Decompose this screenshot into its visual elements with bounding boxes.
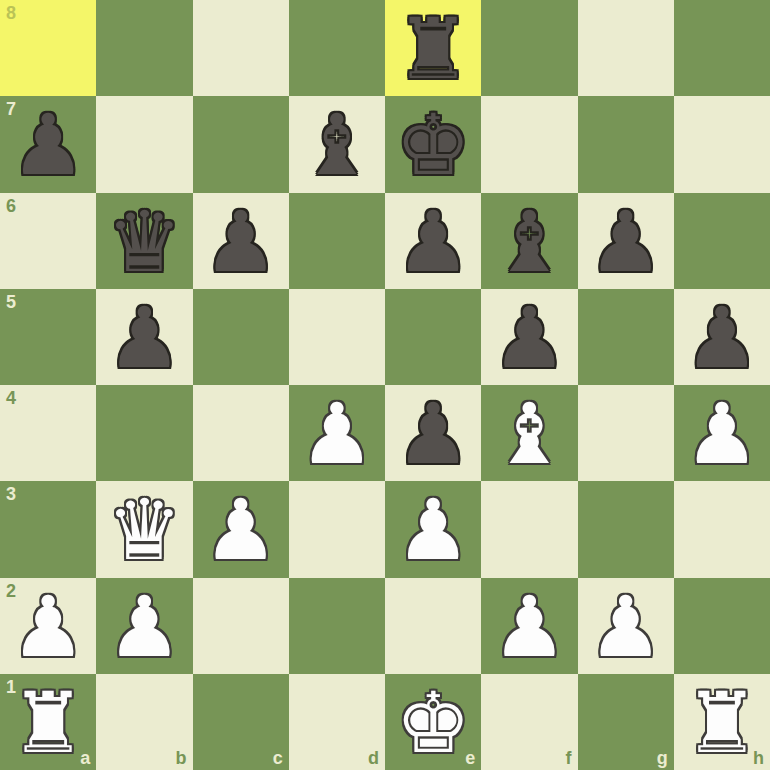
- file-label-d: d: [368, 749, 379, 767]
- square-f8[interactable]: [481, 0, 577, 96]
- square-h8[interactable]: [674, 0, 770, 96]
- square-d2[interactable]: [289, 578, 385, 674]
- square-c1[interactable]: c: [193, 674, 289, 770]
- piece-black-pawn[interactable]: ♟: [684, 296, 759, 380]
- rank-label-8: 8: [6, 4, 16, 22]
- piece-black-pawn[interactable]: ♟: [395, 200, 470, 284]
- piece-black-pawn[interactable]: ♟: [492, 296, 567, 380]
- piece-black-rook[interactable]: ♜: [395, 7, 470, 91]
- square-a1[interactable]: 1a♜: [0, 674, 96, 770]
- square-g3[interactable]: [578, 481, 674, 577]
- square-b3[interactable]: ♛: [96, 481, 192, 577]
- square-d8[interactable]: [289, 0, 385, 96]
- square-e2[interactable]: [385, 578, 481, 674]
- piece-white-pawn[interactable]: ♟: [107, 585, 182, 669]
- piece-white-queen[interactable]: ♛: [107, 488, 182, 572]
- square-a6[interactable]: 6: [0, 193, 96, 289]
- square-a2[interactable]: 2♟: [0, 578, 96, 674]
- chess-board: 8♜7♟♝♚6♛♟♟♝♟5♟♟♟4♟♟♝♟3♛♟♟2♟♟♟♟1a♜bcde♚fg…: [0, 0, 770, 770]
- square-f4[interactable]: ♝: [481, 385, 577, 481]
- square-c5[interactable]: [193, 289, 289, 385]
- piece-white-rook[interactable]: ♜: [684, 681, 759, 765]
- square-f5[interactable]: ♟: [481, 289, 577, 385]
- square-e7[interactable]: ♚: [385, 96, 481, 192]
- square-e6[interactable]: ♟: [385, 193, 481, 289]
- square-h1[interactable]: h♜: [674, 674, 770, 770]
- square-b2[interactable]: ♟: [96, 578, 192, 674]
- file-label-c: c: [273, 749, 283, 767]
- square-f2[interactable]: ♟: [481, 578, 577, 674]
- square-h3[interactable]: [674, 481, 770, 577]
- rank-label-3: 3: [6, 485, 16, 503]
- square-h7[interactable]: [674, 96, 770, 192]
- piece-white-king[interactable]: ♚: [395, 681, 470, 765]
- square-g4[interactable]: [578, 385, 674, 481]
- piece-white-pawn[interactable]: ♟: [10, 585, 85, 669]
- square-e5[interactable]: [385, 289, 481, 385]
- square-b6[interactable]: ♛: [96, 193, 192, 289]
- square-a8[interactable]: 8: [0, 0, 96, 96]
- square-g7[interactable]: [578, 96, 674, 192]
- piece-white-bishop[interactable]: ♝: [492, 392, 567, 476]
- square-d3[interactable]: [289, 481, 385, 577]
- square-h2[interactable]: [674, 578, 770, 674]
- square-e4[interactable]: ♟: [385, 385, 481, 481]
- piece-white-pawn[interactable]: ♟: [684, 392, 759, 476]
- piece-white-pawn[interactable]: ♟: [203, 488, 278, 572]
- piece-black-bishop[interactable]: ♝: [492, 200, 567, 284]
- piece-black-pawn[interactable]: ♟: [588, 200, 663, 284]
- square-c7[interactable]: [193, 96, 289, 192]
- square-a7[interactable]: 7♟: [0, 96, 96, 192]
- square-a4[interactable]: 4: [0, 385, 96, 481]
- piece-black-king[interactable]: ♚: [395, 103, 470, 187]
- file-label-f: f: [566, 749, 572, 767]
- piece-white-pawn[interactable]: ♟: [588, 585, 663, 669]
- square-c4[interactable]: [193, 385, 289, 481]
- square-c3[interactable]: ♟: [193, 481, 289, 577]
- square-g6[interactable]: ♟: [578, 193, 674, 289]
- square-h6[interactable]: [674, 193, 770, 289]
- square-c6[interactable]: ♟: [193, 193, 289, 289]
- square-c2[interactable]: [193, 578, 289, 674]
- file-label-b: b: [176, 749, 187, 767]
- square-b5[interactable]: ♟: [96, 289, 192, 385]
- piece-white-pawn[interactable]: ♟: [299, 392, 374, 476]
- square-b8[interactable]: [96, 0, 192, 96]
- piece-white-rook[interactable]: ♜: [10, 681, 85, 765]
- piece-black-pawn[interactable]: ♟: [107, 296, 182, 380]
- square-e3[interactable]: ♟: [385, 481, 481, 577]
- piece-black-bishop[interactable]: ♝: [299, 103, 374, 187]
- square-f6[interactable]: ♝: [481, 193, 577, 289]
- rank-label-4: 4: [6, 389, 16, 407]
- piece-black-pawn[interactable]: ♟: [395, 392, 470, 476]
- square-d6[interactable]: [289, 193, 385, 289]
- square-e1[interactable]: e♚: [385, 674, 481, 770]
- square-g8[interactable]: [578, 0, 674, 96]
- square-a5[interactable]: 5: [0, 289, 96, 385]
- square-a3[interactable]: 3: [0, 481, 96, 577]
- square-d7[interactable]: ♝: [289, 96, 385, 192]
- piece-white-pawn[interactable]: ♟: [395, 488, 470, 572]
- piece-black-queen[interactable]: ♛: [107, 200, 182, 284]
- square-d4[interactable]: ♟: [289, 385, 385, 481]
- rank-label-6: 6: [6, 197, 16, 215]
- square-f7[interactable]: [481, 96, 577, 192]
- piece-black-pawn[interactable]: ♟: [10, 103, 85, 187]
- square-h4[interactable]: ♟: [674, 385, 770, 481]
- square-g2[interactable]: ♟: [578, 578, 674, 674]
- rank-label-5: 5: [6, 293, 16, 311]
- square-f3[interactable]: [481, 481, 577, 577]
- file-label-g: g: [657, 749, 668, 767]
- piece-white-pawn[interactable]: ♟: [492, 585, 567, 669]
- square-e8[interactable]: ♜: [385, 0, 481, 96]
- square-b7[interactable]: [96, 96, 192, 192]
- square-f1[interactable]: f: [481, 674, 577, 770]
- piece-black-pawn[interactable]: ♟: [203, 200, 278, 284]
- square-g5[interactable]: [578, 289, 674, 385]
- square-b4[interactable]: [96, 385, 192, 481]
- square-d1[interactable]: d: [289, 674, 385, 770]
- square-c8[interactable]: [193, 0, 289, 96]
- square-d5[interactable]: [289, 289, 385, 385]
- square-h5[interactable]: ♟: [674, 289, 770, 385]
- square-g1[interactable]: g: [578, 674, 674, 770]
- square-b1[interactable]: b: [96, 674, 192, 770]
